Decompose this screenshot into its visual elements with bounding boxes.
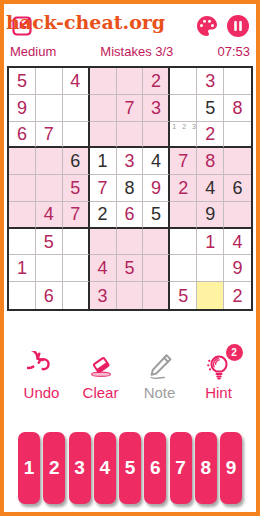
cell-r9c3[interactable] — [63, 282, 90, 309]
cell-r8c1[interactable]: 1 — [9, 255, 36, 282]
given-digit: 7 — [44, 125, 54, 143]
toolbar: Undo Clear N — [4, 351, 256, 401]
cell-r3c5[interactable] — [117, 122, 144, 149]
cell-r5c5[interactable]: 8 — [117, 175, 144, 202]
cell-r8c2[interactable] — [36, 255, 63, 282]
cell-r4c9[interactable] — [224, 148, 251, 175]
note-button[interactable]: Note — [133, 351, 187, 401]
cell-r3c3[interactable] — [63, 122, 90, 149]
hint-count-badge: 2 — [226, 344, 243, 361]
difficulty-label: Medium — [10, 44, 56, 59]
sudoku-board: 542397358671 2 3261347857892464726595141… — [7, 66, 253, 311]
cell-r8c3[interactable] — [63, 255, 90, 282]
clear-button[interactable]: Clear — [74, 351, 128, 401]
numpad-button-8[interactable]: 8 — [195, 432, 217, 504]
numpad-button-6[interactable]: 6 — [144, 432, 166, 504]
cell-r2c1[interactable]: 9 — [9, 95, 36, 122]
cell-r7c1[interactable] — [9, 229, 36, 256]
cell-r5c9[interactable]: 6 — [224, 175, 251, 202]
cell-r1c8[interactable]: 3 — [197, 68, 224, 95]
undo-icon — [27, 351, 57, 381]
cell-r9c9[interactable]: 2 — [224, 282, 251, 309]
cell-r9c1[interactable] — [9, 282, 36, 309]
cell-r5c4[interactable]: 7 — [90, 175, 117, 202]
user-digit: 6 — [70, 152, 80, 170]
eraser-icon — [86, 351, 116, 381]
numpad-button-2[interactable]: 2 — [43, 432, 65, 504]
cell-r8c5[interactable]: 5 — [117, 255, 144, 282]
numpad-button-3[interactable]: 3 — [69, 432, 91, 504]
undo-label: Undo — [24, 384, 60, 401]
user-digit: 5 — [205, 99, 215, 117]
cell-r4c1[interactable] — [9, 148, 36, 175]
cell-r6c7[interactable] — [170, 202, 197, 229]
given-digit: 3 — [205, 72, 215, 90]
cell-r6c8[interactable]: 9 — [197, 202, 224, 229]
cell-r6c4[interactable]: 2 — [90, 202, 117, 229]
cell-r8c6[interactable] — [143, 255, 170, 282]
cell-r7c3[interactable] — [63, 229, 90, 256]
cell-r4c5[interactable]: 3 — [117, 148, 144, 175]
cell-r1c2[interactable] — [36, 68, 63, 95]
given-digit: 6 — [17, 125, 27, 143]
cell-r1c9[interactable] — [224, 68, 251, 95]
palette-icon — [195, 14, 219, 38]
number-pad: 123456789 — [4, 432, 256, 504]
cell-r7c7[interactable] — [170, 229, 197, 256]
cell-r8c9[interactable]: 9 — [224, 255, 251, 282]
cell-r9c8[interactable] — [197, 282, 224, 309]
given-digit: 3 — [98, 287, 108, 305]
cell-r9c7[interactable]: 5 — [170, 282, 197, 309]
cell-r6c6[interactable]: 5 — [143, 202, 170, 229]
cell-r5c8[interactable]: 4 — [197, 175, 224, 202]
given-digit: 6 — [124, 205, 134, 223]
pencil-icon — [145, 351, 175, 381]
cell-r2c2[interactable] — [36, 95, 63, 122]
cell-r6c3[interactable]: 7 — [63, 202, 90, 229]
cell-r1c4[interactable] — [90, 68, 117, 95]
mistakes-counter: Mistakes 3/3 — [100, 44, 173, 59]
cell-r3c1[interactable]: 6 — [9, 122, 36, 149]
cell-r1c6[interactable]: 2 — [143, 68, 170, 95]
watermark-text: hack-cheat.org — [6, 11, 165, 33]
cell-r6c1[interactable] — [9, 202, 36, 229]
given-digit: 4 — [233, 233, 243, 251]
given-digit: 7 — [70, 205, 80, 223]
cell-r3c7[interactable]: 1 2 3 — [170, 122, 197, 149]
cell-r3c8[interactable]: 2 — [197, 122, 224, 149]
given-digit: 4 — [70, 72, 80, 90]
cell-r8c8[interactable] — [197, 255, 224, 282]
user-digit: 6 — [233, 179, 243, 197]
cell-r6c9[interactable] — [224, 202, 251, 229]
given-digit: 3 — [151, 99, 161, 117]
cell-r4c4[interactable]: 1 — [90, 148, 117, 175]
status-bar: Medium Mistakes 3/3 07:53 — [4, 41, 256, 61]
cell-r3c6[interactable] — [143, 122, 170, 149]
given-digit: 6 — [44, 287, 54, 305]
user-digit: 4 — [151, 152, 161, 170]
user-digit: 2 — [98, 205, 108, 223]
user-digit: 5 — [151, 205, 161, 223]
given-digit: 5 — [44, 233, 54, 251]
given-digit: 7 — [124, 99, 134, 117]
clear-label: Clear — [83, 384, 119, 401]
cell-r3c4[interactable] — [90, 122, 117, 149]
given-digit: 2 — [205, 125, 215, 143]
given-digit: 5 — [124, 259, 134, 277]
pencil-notes: 1 2 3 — [172, 123, 198, 130]
given-digit: 5 — [17, 72, 27, 90]
numpad-button-7[interactable]: 7 — [170, 432, 192, 504]
cell-r5c2[interactable] — [36, 175, 63, 202]
cell-r6c2[interactable]: 4 — [36, 202, 63, 229]
pause-icon — [226, 14, 250, 38]
given-digit: 3 — [124, 152, 134, 170]
given-digit: 2 — [233, 287, 243, 305]
cell-r4c2[interactable] — [36, 148, 63, 175]
cell-r9c4[interactable]: 3 — [90, 282, 117, 309]
cell-r2c3[interactable] — [63, 95, 90, 122]
cell-r4c7[interactable]: 7 — [170, 148, 197, 175]
cell-r5c3[interactable]: 5 — [63, 175, 90, 202]
given-digit: 9 — [233, 259, 243, 277]
hint-label: Hint — [205, 384, 232, 401]
numpad-button-9[interactable]: 9 — [220, 432, 242, 504]
cell-r8c7[interactable] — [170, 255, 197, 282]
cell-r2c7[interactable] — [170, 95, 197, 122]
theme-button[interactable] — [195, 14, 219, 38]
cell-r7c4[interactable] — [90, 229, 117, 256]
cell-r9c5[interactable] — [117, 282, 144, 309]
cell-r5c7[interactable]: 2 — [170, 175, 197, 202]
cell-r1c1[interactable]: 5 — [9, 68, 36, 95]
cell-r7c9[interactable]: 4 — [224, 229, 251, 256]
given-digit: 8 — [233, 99, 243, 117]
numpad-button-5[interactable]: 5 — [119, 432, 141, 504]
cell-r9c6[interactable] — [143, 282, 170, 309]
cell-r4c8[interactable]: 8 — [197, 148, 224, 175]
given-digit: 4 — [44, 205, 54, 223]
cell-r2c6[interactable]: 3 — [143, 95, 170, 122]
cell-r7c8[interactable]: 1 — [197, 229, 224, 256]
cell-r3c2[interactable]: 7 — [36, 122, 63, 149]
cell-r7c5[interactable] — [117, 229, 144, 256]
cell-r7c2[interactable]: 5 — [36, 229, 63, 256]
given-digit: 9 — [17, 99, 27, 117]
hint-button[interactable]: 2 Hint — [192, 351, 246, 401]
cell-r5c1[interactable] — [9, 175, 36, 202]
given-digit: 7 — [98, 179, 108, 197]
sudoku-app: hack-cheat.org — [0, 0, 260, 516]
cell-r8c4[interactable]: 4 — [90, 255, 117, 282]
cell-r7c6[interactable] — [143, 229, 170, 256]
cell-r2c8[interactable]: 5 — [197, 95, 224, 122]
given-digit: 1 — [205, 233, 215, 251]
cell-r1c7[interactable] — [170, 68, 197, 95]
timer: 07:53 — [217, 44, 250, 59]
cell-r5c6[interactable]: 9 — [143, 175, 170, 202]
user-digit: 4 — [205, 179, 215, 197]
undo-button[interactable]: Undo — [15, 351, 69, 401]
given-digit: 5 — [70, 179, 80, 197]
user-digit: 1 — [98, 152, 108, 170]
numpad-button-4[interactable]: 4 — [94, 432, 116, 504]
cell-r2c5[interactable]: 7 — [117, 95, 144, 122]
given-digit: 5 — [178, 287, 188, 305]
cell-r1c3[interactable]: 4 — [63, 68, 90, 95]
user-digit: 8 — [124, 179, 134, 197]
given-digit: 9 — [151, 179, 161, 197]
numpad-button-1[interactable]: 1 — [18, 432, 40, 504]
given-digit: 1 — [17, 259, 27, 277]
cell-r9c2[interactable]: 6 — [36, 282, 63, 309]
note-label: Note — [144, 384, 176, 401]
cell-r6c5[interactable]: 6 — [117, 202, 144, 229]
cell-r4c3[interactable]: 6 — [63, 148, 90, 175]
user-digit: 9 — [205, 205, 215, 223]
cell-r1c5[interactable] — [117, 68, 144, 95]
given-digit: 8 — [205, 152, 215, 170]
pause-button[interactable] — [226, 14, 250, 38]
cell-r3c9[interactable] — [224, 122, 251, 149]
given-digit: 4 — [98, 259, 108, 277]
cell-r4c6[interactable]: 4 — [143, 148, 170, 175]
given-digit: 2 — [178, 179, 188, 197]
cell-r2c4[interactable] — [90, 95, 117, 122]
cell-r2c9[interactable]: 8 — [224, 95, 251, 122]
given-digit: 7 — [178, 152, 188, 170]
given-digit: 2 — [151, 72, 161, 90]
